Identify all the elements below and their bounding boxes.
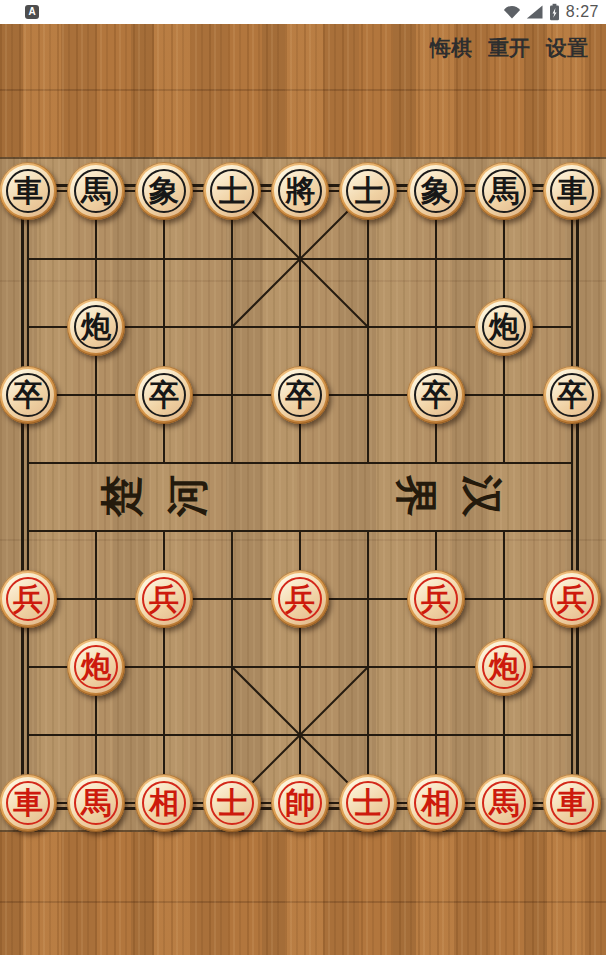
piece-face: 車	[2, 777, 54, 829]
piece-black-elephant[interactable]: 象	[407, 162, 465, 220]
piece-character: 士	[210, 781, 254, 825]
piece-red-horse[interactable]: 馬	[475, 774, 533, 832]
piece-character: 士	[210, 169, 254, 213]
piece-character: 卒	[414, 373, 458, 417]
piece-character: 馬	[482, 781, 526, 825]
piece-character: 兵	[550, 577, 594, 621]
piece-face: 兵	[274, 573, 326, 625]
piece-face: 兵	[2, 573, 54, 625]
piece-red-soldier[interactable]: 兵	[407, 570, 465, 628]
piece-character: 相	[142, 781, 186, 825]
piece-red-cannon[interactable]: 炮	[67, 638, 125, 696]
piece-character: 兵	[278, 577, 322, 621]
piece-face: 兵	[410, 573, 462, 625]
menu-item-settings[interactable]: 设置	[546, 34, 588, 62]
piece-face: 士	[206, 165, 258, 217]
piece-face: 馬	[70, 165, 122, 217]
status-bar-right: 8:27	[503, 0, 599, 24]
piece-black-soldier[interactable]: 卒	[543, 366, 601, 424]
piece-black-chariot[interactable]: 車	[0, 162, 57, 220]
piece-character: 象	[414, 169, 458, 213]
piece-black-horse[interactable]: 馬	[67, 162, 125, 220]
piece-red-elephant[interactable]: 相	[407, 774, 465, 832]
piece-character: 將	[278, 169, 322, 213]
piece-character: 兵	[6, 577, 50, 621]
piece-red-advisor[interactable]: 士	[203, 774, 261, 832]
piece-face: 炮	[478, 301, 530, 353]
status-bar: A 8:27	[0, 0, 606, 24]
piece-face: 士	[206, 777, 258, 829]
piece-character: 炮	[482, 645, 526, 689]
piece-red-horse[interactable]: 馬	[67, 774, 125, 832]
piece-face: 兵	[138, 573, 190, 625]
piece-black-chariot[interactable]: 車	[543, 162, 601, 220]
piece-character: 卒	[142, 373, 186, 417]
piece-face: 炮	[70, 641, 122, 693]
piece-face: 卒	[274, 369, 326, 421]
piece-character: 馬	[74, 781, 118, 825]
piece-character: 車	[550, 169, 594, 213]
app-screen: A 8:27 悔棋 重开	[0, 0, 606, 955]
piece-face: 馬	[478, 165, 530, 217]
clock: 8:27	[566, 0, 599, 24]
piece-red-cannon[interactable]: 炮	[475, 638, 533, 696]
piece-face: 卒	[138, 369, 190, 421]
notification-app-badge: A	[25, 5, 39, 19]
piece-character: 馬	[74, 169, 118, 213]
piece-character: 士	[346, 169, 390, 213]
board-grid	[0, 159, 606, 834]
piece-black-soldier[interactable]: 卒	[407, 366, 465, 424]
piece-face: 車	[546, 777, 598, 829]
piece-character: 卒	[6, 373, 50, 417]
menu-item-undo[interactable]: 悔棋	[430, 34, 472, 62]
piece-face: 象	[410, 165, 462, 217]
piece-red-chariot[interactable]: 車	[543, 774, 601, 832]
piece-character: 士	[346, 781, 390, 825]
piece-black-advisor[interactable]: 士	[339, 162, 397, 220]
piece-black-soldier[interactable]: 卒	[271, 366, 329, 424]
piece-face: 士	[342, 165, 394, 217]
piece-face: 士	[342, 777, 394, 829]
wifi-icon	[503, 5, 521, 19]
piece-black-cannon[interactable]: 炮	[475, 298, 533, 356]
xiangqi-board[interactable]: 楚河 界汉 車馬象士將士象馬車炮炮卒卒卒卒卒兵兵兵兵兵炮炮車馬相士帥士相馬車	[0, 157, 606, 832]
piece-face: 兵	[546, 573, 598, 625]
piece-red-elephant[interactable]: 相	[135, 774, 193, 832]
piece-face: 將	[274, 165, 326, 217]
menu-bar: 悔棋 重开 设置	[430, 34, 588, 62]
piece-face: 相	[410, 777, 462, 829]
piece-face: 卒	[2, 369, 54, 421]
piece-character: 炮	[74, 645, 118, 689]
piece-face: 卒	[410, 369, 462, 421]
piece-character: 車	[6, 781, 50, 825]
piece-red-advisor[interactable]: 士	[339, 774, 397, 832]
piece-character: 相	[414, 781, 458, 825]
piece-character: 兵	[414, 577, 458, 621]
piece-character: 馬	[482, 169, 526, 213]
river-character: 河	[162, 472, 214, 520]
battery-charging-icon	[548, 3, 561, 21]
river-character: 楚	[96, 472, 148, 520]
piece-red-soldier[interactable]: 兵	[0, 570, 57, 628]
piece-character: 卒	[278, 373, 322, 417]
piece-face: 象	[138, 165, 190, 217]
piece-character: 車	[6, 169, 50, 213]
piece-red-chariot[interactable]: 車	[0, 774, 57, 832]
piece-face: 馬	[478, 777, 530, 829]
piece-character: 卒	[550, 373, 594, 417]
river-character: 界	[390, 472, 442, 520]
piece-face: 炮	[70, 301, 122, 353]
piece-face: 車	[2, 165, 54, 217]
menu-item-restart[interactable]: 重开	[488, 34, 530, 62]
piece-black-soldier[interactable]: 卒	[135, 366, 193, 424]
piece-red-soldier[interactable]: 兵	[271, 570, 329, 628]
piece-face: 馬	[70, 777, 122, 829]
piece-character: 炮	[74, 305, 118, 349]
piece-face: 車	[546, 165, 598, 217]
cell-signal-icon	[526, 5, 543, 19]
piece-red-general[interactable]: 帥	[271, 774, 329, 832]
piece-character: 象	[142, 169, 186, 213]
piece-face: 炮	[478, 641, 530, 693]
piece-black-elephant[interactable]: 象	[135, 162, 193, 220]
piece-character: 車	[550, 781, 594, 825]
piece-face: 帥	[274, 777, 326, 829]
river-label-han-jie: 界汉	[392, 470, 506, 522]
river-character: 汉	[456, 472, 508, 520]
piece-face: 相	[138, 777, 190, 829]
piece-character: 兵	[142, 577, 186, 621]
piece-red-soldier[interactable]: 兵	[543, 570, 601, 628]
piece-black-soldier[interactable]: 卒	[0, 366, 57, 424]
piece-black-cannon[interactable]: 炮	[67, 298, 125, 356]
piece-black-advisor[interactable]: 士	[203, 162, 261, 220]
piece-face: 卒	[546, 369, 598, 421]
river-label-chu-he: 楚河	[98, 470, 212, 522]
piece-character: 帥	[278, 781, 322, 825]
piece-black-general[interactable]: 將	[271, 162, 329, 220]
piece-black-horse[interactable]: 馬	[475, 162, 533, 220]
piece-red-soldier[interactable]: 兵	[135, 570, 193, 628]
piece-character: 炮	[482, 305, 526, 349]
